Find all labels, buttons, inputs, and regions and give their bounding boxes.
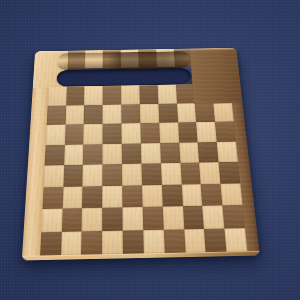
walnut-corner-top-right — [190, 48, 242, 104]
board-cell — [178, 122, 198, 142]
board-cell — [82, 231, 103, 255]
board-cell — [195, 103, 215, 123]
board-cell — [225, 228, 248, 252]
board-cell — [140, 104, 159, 124]
board-cell — [196, 122, 216, 142]
board-cell — [162, 184, 183, 206]
board-cell — [66, 86, 85, 105]
board-cell — [47, 105, 66, 125]
cutting-board — [22, 48, 260, 261]
board-cell — [198, 142, 219, 163]
board-cell — [103, 164, 123, 186]
board-cell — [65, 124, 84, 144]
board-cell — [44, 145, 64, 166]
photo-background — [0, 0, 300, 300]
board-cell — [82, 208, 103, 231]
board-cell — [122, 185, 142, 207]
board-cell — [143, 229, 164, 253]
board-cell — [141, 143, 161, 164]
board-cell — [62, 208, 83, 231]
board-cell — [159, 122, 179, 142]
board-cell — [158, 103, 178, 123]
board-cell — [157, 85, 176, 104]
board-cell — [204, 228, 226, 252]
board-cell — [42, 186, 63, 208]
board-cell — [121, 85, 140, 104]
board-cell — [84, 124, 103, 144]
board-cell — [82, 186, 102, 208]
handle-slot-cutout — [57, 68, 192, 87]
board-cell — [43, 165, 63, 187]
board-cell — [47, 86, 66, 105]
board-cell — [65, 105, 84, 125]
board-cell — [103, 104, 122, 124]
board-cell — [84, 105, 103, 125]
board-cell — [180, 163, 201, 185]
board-cell — [62, 186, 83, 208]
board-cell — [64, 144, 84, 165]
board-cell — [213, 102, 233, 122]
board-cell — [102, 230, 123, 254]
board-cell — [184, 229, 206, 253]
board-cell — [103, 143, 122, 164]
board-cell — [219, 162, 241, 184]
board-cell — [122, 143, 142, 164]
board-cell — [177, 103, 197, 123]
board-cell — [84, 86, 103, 105]
board-cell — [142, 185, 163, 207]
board-cell — [103, 86, 121, 105]
board-cell — [221, 183, 243, 205]
board-cell — [143, 207, 164, 230]
board-cell — [63, 165, 83, 187]
board-cell — [203, 205, 225, 228]
board-cell — [161, 163, 182, 185]
board-cell — [102, 185, 122, 207]
board-cell — [40, 231, 62, 255]
board-cell — [83, 164, 103, 186]
board-cell — [121, 104, 140, 124]
board-cell — [160, 142, 180, 163]
board-cell — [223, 205, 245, 228]
board-cell — [123, 230, 144, 254]
board-cell — [201, 183, 223, 205]
board-cell — [46, 125, 66, 145]
board-cell — [179, 142, 200, 163]
board-cell — [141, 163, 161, 185]
board-cell — [122, 164, 142, 186]
board-cell — [199, 162, 220, 184]
board-cell — [140, 123, 160, 143]
board-cell — [122, 123, 141, 143]
board-cell — [164, 229, 186, 253]
board-cell — [41, 209, 62, 232]
board-cell — [217, 141, 238, 162]
board-cell — [181, 184, 202, 206]
board-cell — [61, 231, 82, 255]
board-face — [22, 48, 260, 261]
board-cell — [123, 207, 144, 230]
board-cell — [139, 85, 158, 104]
board-cell — [163, 206, 184, 229]
board-cell — [103, 123, 122, 143]
board-cell — [183, 206, 205, 229]
board-cell — [102, 207, 122, 230]
board-cell — [83, 144, 102, 165]
board-cell — [215, 121, 236, 141]
